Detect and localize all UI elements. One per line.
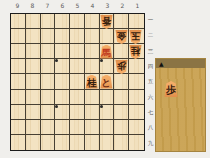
board-cell <box>55 74 70 89</box>
komadai-header-band: ▲ <box>156 59 205 68</box>
rank-label-5: 五 <box>146 74 155 89</box>
file-label-7: 7 <box>40 1 55 10</box>
board-cell <box>114 120 129 135</box>
komadai-piece-stand: ▲ 歩 <box>155 58 206 152</box>
board-cell <box>100 135 115 150</box>
board-cell <box>129 59 144 74</box>
board-cell <box>55 135 70 150</box>
board-cell <box>70 135 85 150</box>
board-cell <box>11 105 26 120</box>
file-label-2: 2 <box>115 1 130 10</box>
file-coordinate-labels: 987654321 <box>10 1 145 10</box>
board-cell <box>85 105 100 120</box>
board-cell <box>70 74 85 89</box>
board-cell <box>114 105 129 120</box>
board-cell <box>41 135 56 150</box>
board-cell <box>100 90 115 105</box>
rank-label-1: 一 <box>146 13 155 28</box>
rank-label-9: 九 <box>146 136 155 151</box>
board-cell <box>11 120 26 135</box>
board-cell <box>26 14 41 29</box>
star-point <box>55 59 58 62</box>
file-label-1: 1 <box>130 1 145 10</box>
board-cell <box>129 105 144 120</box>
board-cell <box>85 90 100 105</box>
tsume-shogi-app: 987654321 一二三四五六七八九 香金玉馬桂歩桂と ▲ 歩 <box>0 0 210 158</box>
shogi-board[interactable]: 香金玉馬桂歩桂と <box>10 13 145 151</box>
board-cell <box>11 135 26 150</box>
board-cell <box>41 59 56 74</box>
rank-coordinate-labels: 一二三四五六七八九 <box>146 13 155 151</box>
board-cell <box>85 44 100 59</box>
star-point <box>100 59 103 62</box>
board-cell <box>114 14 129 29</box>
file-label-5: 5 <box>70 1 85 10</box>
sente-to-move-marker: ▲ <box>159 59 164 68</box>
piece-kanji: 歩 <box>166 81 176 97</box>
board-cell <box>114 44 129 59</box>
rank-label-7: 七 <box>146 105 155 120</box>
file-label-6: 6 <box>55 1 70 10</box>
board-cell <box>55 90 70 105</box>
rank-label-2: 二 <box>146 28 155 43</box>
board-cell <box>41 29 56 44</box>
board-cell <box>129 74 144 89</box>
board-cell <box>55 29 70 44</box>
board-cell <box>100 59 115 74</box>
board-cell <box>70 44 85 59</box>
board-cell <box>129 90 144 105</box>
board-cell <box>55 14 70 29</box>
board-cell <box>11 29 26 44</box>
hand-piece-歩[interactable]: 歩 <box>164 81 178 97</box>
board-cell <box>26 29 41 44</box>
board-cell <box>70 120 85 135</box>
board-cell <box>26 105 41 120</box>
board-cell <box>85 59 100 74</box>
board-cell <box>11 90 26 105</box>
board-cell <box>100 120 115 135</box>
board-cell <box>41 44 56 59</box>
board-cell <box>100 29 115 44</box>
board-cell <box>41 105 56 120</box>
board-cell <box>11 14 26 29</box>
board-cell <box>11 44 26 59</box>
board-cell <box>41 14 56 29</box>
piece-kanji: 香 <box>102 14 112 30</box>
piece-kanji: 桂 <box>131 44 141 60</box>
board-cell <box>129 14 144 29</box>
file-label-3: 3 <box>100 1 115 10</box>
board-cell <box>26 59 41 74</box>
board-cell <box>26 135 41 150</box>
board-cell <box>41 74 56 89</box>
board-cell <box>41 120 56 135</box>
board-cell <box>55 59 70 74</box>
board-cell <box>55 105 70 120</box>
board-cell <box>114 90 129 105</box>
sente-hand-pieces: 歩 <box>156 68 205 151</box>
board-cell <box>114 135 129 150</box>
piece-kanji: 玉 <box>131 29 141 45</box>
rank-label-3: 三 <box>146 44 155 59</box>
board-cell <box>70 29 85 44</box>
board-cell <box>11 59 26 74</box>
board-cell <box>55 44 70 59</box>
board-cell <box>26 120 41 135</box>
board-cell <box>70 14 85 29</box>
rank-label-4: 四 <box>146 59 155 74</box>
board-cell <box>85 135 100 150</box>
board-cell <box>85 120 100 135</box>
board-cell <box>129 120 144 135</box>
board-cell <box>11 74 26 89</box>
file-label-9: 9 <box>10 1 25 10</box>
board-cell <box>85 14 100 29</box>
rank-label-6: 六 <box>146 90 155 105</box>
board-cell <box>114 74 129 89</box>
board-cell <box>70 105 85 120</box>
star-point <box>100 105 103 108</box>
board-cell <box>26 74 41 89</box>
rank-label-8: 八 <box>146 120 155 135</box>
board-cell <box>85 29 100 44</box>
board-cell <box>129 135 144 150</box>
board-cell <box>26 90 41 105</box>
board-cell <box>41 90 56 105</box>
board-cell <box>55 120 70 135</box>
board-cell <box>70 90 85 105</box>
star-point <box>55 105 58 108</box>
board-cell <box>70 59 85 74</box>
file-label-8: 8 <box>25 1 40 10</box>
board-cell <box>26 44 41 59</box>
file-label-4: 4 <box>85 1 100 10</box>
